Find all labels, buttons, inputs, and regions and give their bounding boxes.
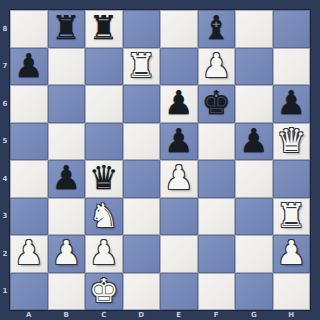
black-pawn-e5[interactable]: ♟ — [164, 124, 194, 157]
chess-board: ♜♜♝♟♜♟♟♚♟♟♟♛♟♛♟♞♜♟♟♟♟♚ — [10, 10, 310, 310]
square-g2[interactable] — [235, 235, 273, 273]
square-f5[interactable] — [198, 123, 236, 161]
square-c4[interactable]: ♛ — [85, 160, 123, 198]
file-coordinate-row: ABCDEFGH — [10, 310, 310, 320]
square-b2[interactable]: ♟ — [48, 235, 86, 273]
black-pawn-e6[interactable]: ♟ — [164, 86, 194, 119]
rank-coordinate-column: 87654321 — [0, 10, 10, 310]
square-d5[interactable] — [123, 123, 161, 161]
black-pawn-a7[interactable]: ♟ — [14, 49, 44, 82]
square-h5[interactable]: ♛ — [273, 123, 311, 161]
square-b3[interactable] — [48, 198, 86, 236]
white-queen-h5[interactable]: ♛ — [276, 124, 306, 157]
square-e4[interactable]: ♟ — [160, 160, 198, 198]
file-label-f: F — [198, 310, 236, 320]
square-h7[interactable] — [273, 48, 311, 86]
square-g3[interactable] — [235, 198, 273, 236]
black-pawn-b4[interactable]: ♟ — [51, 161, 81, 194]
white-pawn-h2[interactable]: ♟ — [276, 236, 306, 269]
square-a2[interactable]: ♟ — [10, 235, 48, 273]
square-g8[interactable] — [235, 10, 273, 48]
chess-diagram: ♜♜♝♟♜♟♟♚♟♟♟♛♟♛♟♞♜♟♟♟♟♚ 87654321 ABCDEFGH — [0, 0, 320, 320]
rank-label-1: 1 — [0, 273, 10, 311]
square-a1[interactable] — [10, 273, 48, 311]
file-label-e: E — [160, 310, 198, 320]
square-b5[interactable] — [48, 123, 86, 161]
white-pawn-c2[interactable]: ♟ — [89, 236, 119, 269]
square-g4[interactable] — [235, 160, 273, 198]
square-d4[interactable] — [123, 160, 161, 198]
white-rook-h3[interactable]: ♜ — [276, 199, 306, 232]
square-e6[interactable]: ♟ — [160, 85, 198, 123]
black-pawn-h6[interactable]: ♟ — [276, 86, 306, 119]
black-queen-c4[interactable]: ♛ — [89, 161, 119, 194]
square-h8[interactable] — [273, 10, 311, 48]
square-f7[interactable]: ♟ — [198, 48, 236, 86]
square-a4[interactable] — [10, 160, 48, 198]
square-c2[interactable]: ♟ — [85, 235, 123, 273]
file-label-c: C — [85, 310, 123, 320]
rank-label-5: 5 — [0, 123, 10, 161]
square-h3[interactable]: ♜ — [273, 198, 311, 236]
square-d6[interactable] — [123, 85, 161, 123]
white-pawn-b2[interactable]: ♟ — [51, 236, 81, 269]
rank-label-7: 7 — [0, 48, 10, 86]
white-pawn-a2[interactable]: ♟ — [14, 236, 44, 269]
square-h1[interactable] — [273, 273, 311, 311]
square-f4[interactable] — [198, 160, 236, 198]
black-bishop-f8[interactable]: ♝ — [201, 11, 231, 44]
square-f6[interactable]: ♚ — [198, 85, 236, 123]
square-e2[interactable] — [160, 235, 198, 273]
file-label-d: D — [123, 310, 161, 320]
file-label-a: A — [10, 310, 48, 320]
black-rook-c8[interactable]: ♜ — [89, 11, 119, 44]
square-a3[interactable] — [10, 198, 48, 236]
square-b6[interactable] — [48, 85, 86, 123]
square-b8[interactable]: ♜ — [48, 10, 86, 48]
square-a8[interactable] — [10, 10, 48, 48]
square-g5[interactable]: ♟ — [235, 123, 273, 161]
white-pawn-e4[interactable]: ♟ — [164, 161, 194, 194]
square-f8[interactable]: ♝ — [198, 10, 236, 48]
file-label-b: B — [48, 310, 86, 320]
black-rook-b8[interactable]: ♜ — [51, 11, 81, 44]
square-a6[interactable] — [10, 85, 48, 123]
square-h2[interactable]: ♟ — [273, 235, 311, 273]
square-e7[interactable] — [160, 48, 198, 86]
square-b4[interactable]: ♟ — [48, 160, 86, 198]
white-knight-c3[interactable]: ♞ — [89, 199, 119, 232]
square-c7[interactable] — [85, 48, 123, 86]
square-g1[interactable] — [235, 273, 273, 311]
square-d7[interactable]: ♜ — [123, 48, 161, 86]
square-d8[interactable] — [123, 10, 161, 48]
square-e5[interactable]: ♟ — [160, 123, 198, 161]
square-f3[interactable] — [198, 198, 236, 236]
square-g7[interactable] — [235, 48, 273, 86]
rank-label-2: 2 — [0, 235, 10, 273]
square-c6[interactable] — [85, 85, 123, 123]
square-f1[interactable] — [198, 273, 236, 311]
square-d1[interactable] — [123, 273, 161, 311]
rank-label-3: 3 — [0, 198, 10, 236]
square-h6[interactable]: ♟ — [273, 85, 311, 123]
file-label-h: H — [273, 310, 311, 320]
square-g6[interactable] — [235, 85, 273, 123]
square-a5[interactable] — [10, 123, 48, 161]
square-c1[interactable]: ♚ — [85, 273, 123, 311]
square-e8[interactable] — [160, 10, 198, 48]
white-rook-d7[interactable]: ♜ — [126, 49, 156, 82]
white-king-c1[interactable]: ♚ — [89, 274, 119, 307]
square-h4[interactable] — [273, 160, 311, 198]
square-b1[interactable] — [48, 273, 86, 311]
square-d3[interactable] — [123, 198, 161, 236]
rank-label-8: 8 — [0, 10, 10, 48]
rank-label-4: 4 — [0, 160, 10, 198]
black-king-f6[interactable]: ♚ — [201, 86, 231, 119]
square-b7[interactable] — [48, 48, 86, 86]
square-c8[interactable]: ♜ — [85, 10, 123, 48]
square-e3[interactable] — [160, 198, 198, 236]
square-d2[interactable] — [123, 235, 161, 273]
square-e1[interactable] — [160, 273, 198, 311]
square-c3[interactable]: ♞ — [85, 198, 123, 236]
rank-label-6: 6 — [0, 85, 10, 123]
square-a7[interactable]: ♟ — [10, 48, 48, 86]
square-f2[interactable] — [198, 235, 236, 273]
black-pawn-g5[interactable]: ♟ — [239, 124, 269, 157]
white-pawn-f7[interactable]: ♟ — [201, 49, 231, 82]
file-label-g: G — [235, 310, 273, 320]
square-c5[interactable] — [85, 123, 123, 161]
